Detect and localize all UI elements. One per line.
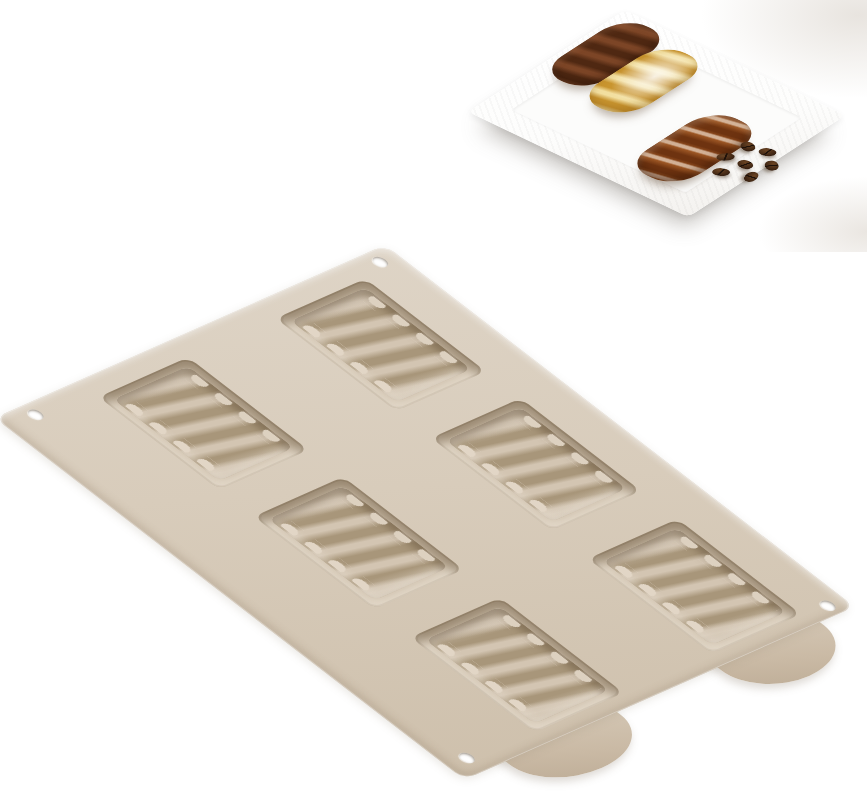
silicone-mold	[0, 245, 855, 780]
coffee-bean	[763, 159, 781, 171]
coffee-bean	[756, 147, 779, 158]
coffee-bean	[741, 171, 761, 183]
mold-sheet	[0, 245, 855, 780]
coffee-bean	[710, 167, 732, 177]
serving-suggestion-inset	[430, 0, 867, 252]
serving-plate	[468, 10, 846, 217]
coffee-bean	[734, 158, 756, 171]
photo-canvas	[0, 0, 867, 810]
